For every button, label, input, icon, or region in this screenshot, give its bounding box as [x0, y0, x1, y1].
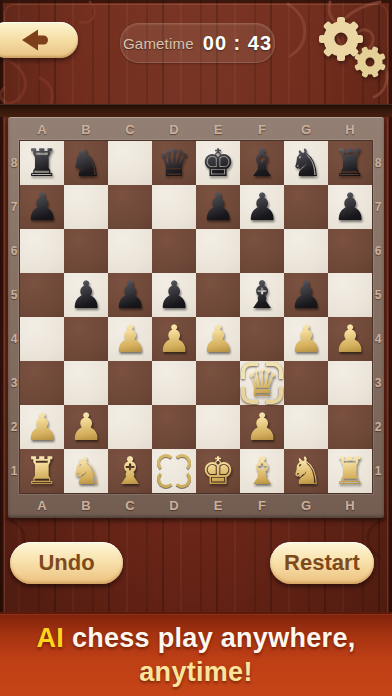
square-a7[interactable]: ♟ [20, 185, 64, 229]
undo-button[interactable]: Undo [10, 542, 123, 584]
square-d5[interactable]: ♟ [152, 273, 196, 317]
back-button[interactable] [0, 22, 78, 58]
square-h8[interactable]: ♜ [328, 141, 372, 185]
square-b6[interactable] [64, 229, 108, 273]
promo-line1-highlight: AI [36, 623, 64, 653]
square-g3[interactable] [284, 361, 328, 405]
square-b3[interactable] [64, 361, 108, 405]
rank-label-5: 5 [8, 273, 20, 317]
square-b5[interactable]: ♟ [64, 273, 108, 317]
square-h4[interactable]: ♟ [328, 317, 372, 361]
square-b8[interactable]: ♞ [64, 141, 108, 185]
promo-banner[interactable]: AI chess play anywhere, anytime! [0, 612, 392, 696]
gametime-label: Gametime [123, 35, 194, 52]
selected-square-marker [266, 362, 283, 379]
square-f8[interactable]: ♝ [240, 141, 284, 185]
square-c4[interactable]: ♟ [108, 317, 152, 361]
square-d2[interactable] [152, 405, 196, 449]
square-g1[interactable]: ♞ [284, 449, 328, 493]
rank-label-4: 4 [8, 317, 20, 361]
white-king[interactable]: ♚ [196, 449, 240, 493]
square-a1[interactable]: ♜ [20, 449, 64, 493]
square-f4[interactable] [240, 317, 284, 361]
file-label-e: E [196, 493, 240, 518]
square-g5[interactable]: ♟ [284, 273, 328, 317]
square-a5[interactable] [20, 273, 64, 317]
file-label-a: A [20, 117, 64, 141]
black-pawn[interactable]: ♟ [108, 273, 152, 317]
square-h7[interactable]: ♟ [328, 185, 372, 229]
rank-label-1: 1 [372, 449, 384, 493]
black-pawn[interactable]: ♟ [152, 273, 196, 317]
square-c1[interactable]: ♝ [108, 449, 152, 493]
square-b2[interactable]: ♟ [64, 405, 108, 449]
black-rook[interactable]: ♜ [328, 141, 372, 185]
file-label-d: D [152, 493, 196, 518]
white-pawn[interactable]: ♟ [284, 317, 328, 361]
square-b1[interactable]: ♞ [64, 449, 108, 493]
white-knight[interactable]: ♞ [284, 449, 328, 493]
chess-board: ABCDEFGH 87654321 ♜♞♛♚♝♞♜♟♟♟♟♟♟♟♝♟♟♟♟♟♟♛… [8, 117, 384, 518]
square-a8[interactable]: ♜ [20, 141, 64, 185]
file-label-g: G [284, 493, 328, 518]
promo-line1-rest: chess play anywhere, [64, 623, 355, 653]
file-label-h: H [328, 493, 372, 518]
square-a3[interactable] [20, 361, 64, 405]
square-c6[interactable] [108, 229, 152, 273]
square-e1[interactable]: ♚ [196, 449, 240, 493]
square-e7[interactable]: ♟ [196, 185, 240, 229]
square-e8[interactable]: ♚ [196, 141, 240, 185]
black-bishop[interactable]: ♝ [240, 141, 284, 185]
square-h6[interactable] [328, 229, 372, 273]
square-h2[interactable] [328, 405, 372, 449]
board-top-shadow [0, 104, 392, 117]
black-knight[interactable]: ♞ [64, 141, 108, 185]
rank-label-6: 6 [372, 229, 384, 273]
white-pawn[interactable]: ♟ [196, 317, 240, 361]
file-label-c: C [108, 117, 152, 141]
file-label-f: F [240, 493, 284, 518]
square-e6[interactable] [196, 229, 240, 273]
app-screen: Gametime 00 : 43 [0, 0, 392, 696]
promo-line-2: anytime! [0, 655, 392, 689]
black-pawn[interactable]: ♟ [20, 185, 64, 229]
white-pawn[interactable]: ♟ [240, 405, 284, 449]
square-e4[interactable]: ♟ [196, 317, 240, 361]
square-g6[interactable] [284, 229, 328, 273]
restart-button[interactable]: Restart [270, 542, 374, 584]
square-c5[interactable]: ♟ [108, 273, 152, 317]
square-b4[interactable] [64, 317, 108, 361]
black-rook[interactable]: ♜ [20, 141, 64, 185]
square-g8[interactable]: ♞ [284, 141, 328, 185]
square-h5[interactable] [328, 273, 372, 317]
square-d8[interactable]: ♛ [152, 141, 196, 185]
promo-line-1: AI chess play anywhere, [0, 621, 392, 655]
square-c3[interactable] [108, 361, 152, 405]
square-g7[interactable] [284, 185, 328, 229]
white-pawn[interactable]: ♟ [108, 317, 152, 361]
rank-label-3: 3 [8, 361, 20, 405]
rank-label-8: 8 [372, 141, 384, 185]
black-pawn[interactable]: ♟ [328, 185, 372, 229]
rank-label-8: 8 [8, 141, 20, 185]
square-a2[interactable]: ♟ [20, 405, 64, 449]
white-pawn[interactable]: ♟ [64, 405, 108, 449]
square-b7[interactable] [64, 185, 108, 229]
rank-label-7: 7 [372, 185, 384, 229]
square-g4[interactable]: ♟ [284, 317, 328, 361]
square-f7[interactable]: ♟ [240, 185, 284, 229]
square-g2[interactable] [284, 405, 328, 449]
gametime-value: 00 : 43 [203, 32, 272, 55]
file-labels-bottom: ABCDEFGH [20, 493, 372, 518]
square-d7[interactable] [152, 185, 196, 229]
square-f6[interactable] [240, 229, 284, 273]
gametime-display: Gametime 00 : 43 [120, 23, 275, 63]
square-f1[interactable]: ♝ [240, 449, 284, 493]
square-e2[interactable] [196, 405, 240, 449]
square-d4[interactable]: ♟ [152, 317, 196, 361]
square-a4[interactable] [20, 317, 64, 361]
rank-label-2: 2 [372, 405, 384, 449]
black-queen[interactable]: ♛ [152, 141, 196, 185]
file-label-c: C [108, 493, 152, 518]
white-knight[interactable]: ♞ [64, 449, 108, 493]
rank-label-2: 2 [8, 405, 20, 449]
black-pawn[interactable]: ♟ [284, 273, 328, 317]
file-label-h: H [328, 117, 372, 141]
white-bishop[interactable]: ♝ [108, 449, 152, 493]
rank-label-5: 5 [372, 273, 384, 317]
rank-label-1: 1 [8, 449, 20, 493]
square-f2[interactable]: ♟ [240, 405, 284, 449]
settings-button[interactable] [310, 12, 392, 86]
black-pawn[interactable]: ♟ [240, 185, 284, 229]
square-d3[interactable] [152, 361, 196, 405]
file-label-b: B [64, 117, 108, 141]
square-d1[interactable] [152, 449, 196, 493]
file-labels-top: ABCDEFGH [20, 117, 372, 141]
back-arrow-icon [18, 26, 52, 54]
rank-labels-right: 87654321 [372, 141, 384, 493]
board-squares: ♜♞♛♚♝♞♜♟♟♟♟♟♟♟♝♟♟♟♟♟♟♛♟♟♟♜♞♝♚♝♞♜ [20, 141, 372, 493]
square-e5[interactable] [196, 273, 240, 317]
rank-label-4: 4 [372, 317, 384, 361]
square-f3[interactable]: ♛ [240, 361, 284, 405]
square-f5[interactable]: ♝ [240, 273, 284, 317]
black-king[interactable]: ♚ [196, 141, 240, 185]
square-e3[interactable] [196, 361, 240, 405]
white-bishop[interactable]: ♝ [240, 449, 284, 493]
rank-labels-left: 87654321 [8, 141, 20, 493]
selected-square-marker [241, 387, 258, 404]
selected-square-marker [241, 362, 258, 379]
file-label-g: G [284, 117, 328, 141]
square-d6[interactable] [152, 229, 196, 273]
white-rook[interactable]: ♜ [20, 449, 64, 493]
gears-icon [310, 12, 392, 82]
black-pawn[interactable]: ♟ [64, 273, 108, 317]
rank-label-3: 3 [372, 361, 384, 405]
file-label-e: E [196, 117, 240, 141]
white-pawn[interactable]: ♟ [20, 405, 64, 449]
white-rook[interactable]: ♜ [328, 449, 372, 493]
ornament-flourish [0, 0, 130, 120]
move-origin-marker [173, 470, 191, 488]
square-h3[interactable] [328, 361, 372, 405]
rank-label-6: 6 [8, 229, 20, 273]
file-label-f: F [240, 117, 284, 141]
square-a6[interactable] [20, 229, 64, 273]
white-pawn[interactable]: ♟ [152, 317, 196, 361]
file-label-b: B [64, 493, 108, 518]
square-c2[interactable] [108, 405, 152, 449]
file-label-a: A [20, 493, 64, 518]
black-pawn[interactable]: ♟ [196, 185, 240, 229]
square-c7[interactable] [108, 185, 152, 229]
square-c8[interactable] [108, 141, 152, 185]
black-bishop[interactable]: ♝ [240, 273, 284, 317]
black-knight[interactable]: ♞ [284, 141, 328, 185]
white-pawn[interactable]: ♟ [328, 317, 372, 361]
file-label-d: D [152, 117, 196, 141]
square-h1[interactable]: ♜ [328, 449, 372, 493]
rank-label-7: 7 [8, 185, 20, 229]
